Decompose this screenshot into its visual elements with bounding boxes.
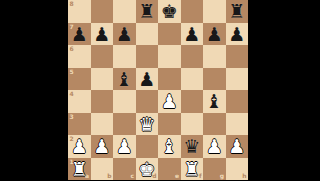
white-pawn-g2[interactable]: ♟ [206,135,223,158]
black-queen-f2[interactable]: ♛ [183,135,200,158]
file-label-e: e [175,173,179,179]
square-d6[interactable] [136,45,159,68]
square-a1[interactable]: ♜1a [68,158,91,181]
square-h6[interactable] [226,45,249,68]
square-e2[interactable]: ♝ [158,135,181,158]
square-d2[interactable] [136,135,159,158]
square-b4[interactable] [91,90,114,113]
rank-label-6: 6 [70,46,74,52]
square-h1[interactable]: h [226,158,249,181]
square-h4[interactable] [226,90,249,113]
square-g5[interactable] [203,68,226,91]
square-a5[interactable]: 5 [68,68,91,91]
square-f7[interactable]: ♟ [181,23,204,46]
black-pawn-d5[interactable]: ♟ [138,68,155,91]
black-king-e8[interactable]: ♚ [161,0,178,23]
square-c4[interactable] [113,90,136,113]
square-e4[interactable]: ♟ [158,90,181,113]
black-bishop-g4[interactable]: ♝ [206,90,223,113]
square-h2[interactable]: ♟ [226,135,249,158]
file-label-b: b [107,173,111,179]
white-queen-d3[interactable]: ♛ [138,113,155,136]
white-pawn-a2[interactable]: ♟ [71,135,88,158]
white-bishop-e2[interactable]: ♝ [161,135,178,158]
square-e1[interactable]: e [158,158,181,181]
file-label-g: g [220,173,224,179]
black-pawn-a7[interactable]: ♟ [71,23,88,46]
chess-board[interactable]: 8♜♚♜♟7♟♟♟♟♟65♝♟4♟♝3♛♟2♟♟♝♛♟♟♜1abc♚de♜fgh [68,0,248,180]
square-c8[interactable] [113,0,136,23]
square-e3[interactable] [158,113,181,136]
square-g2[interactable]: ♟ [203,135,226,158]
square-h3[interactable] [226,113,249,136]
white-rook-a1[interactable]: ♜ [71,158,88,181]
black-pawn-c7[interactable]: ♟ [116,23,133,46]
square-c7[interactable]: ♟ [113,23,136,46]
square-h8[interactable]: ♜ [226,0,249,23]
square-d4[interactable] [136,90,159,113]
black-pawn-f7[interactable]: ♟ [183,23,200,46]
square-b6[interactable] [91,45,114,68]
square-h7[interactable]: ♟ [226,23,249,46]
square-b1[interactable]: b [91,158,114,181]
square-h5[interactable] [226,68,249,91]
white-rook-f1[interactable]: ♜ [183,158,200,181]
square-f5[interactable] [181,68,204,91]
square-a4[interactable]: 4 [68,90,91,113]
square-g3[interactable] [203,113,226,136]
square-c2[interactable]: ♟ [113,135,136,158]
white-king-d1[interactable]: ♚ [138,158,155,181]
black-pawn-h7[interactable]: ♟ [228,23,245,46]
square-d8[interactable]: ♜ [136,0,159,23]
square-f6[interactable] [181,45,204,68]
black-rook-h8[interactable]: ♜ [228,0,245,23]
rank-label-3: 3 [70,114,74,120]
square-e8[interactable]: ♚ [158,0,181,23]
square-e6[interactable] [158,45,181,68]
square-a2[interactable]: ♟2 [68,135,91,158]
square-f4[interactable] [181,90,204,113]
square-c1[interactable]: c [113,158,136,181]
square-a8[interactable]: 8 [68,0,91,23]
square-f2[interactable]: ♛ [181,135,204,158]
square-g4[interactable]: ♝ [203,90,226,113]
square-a6[interactable]: 6 [68,45,91,68]
square-d7[interactable] [136,23,159,46]
square-b8[interactable] [91,0,114,23]
black-pawn-g7[interactable]: ♟ [206,23,223,46]
square-b5[interactable] [91,68,114,91]
square-c3[interactable] [113,113,136,136]
rank-label-8: 8 [70,1,74,7]
square-g1[interactable]: g [203,158,226,181]
square-g6[interactable] [203,45,226,68]
rank-label-4: 4 [70,91,74,97]
square-a7[interactable]: ♟7 [68,23,91,46]
rank-label-5: 5 [70,69,74,75]
square-e5[interactable] [158,68,181,91]
white-pawn-h2[interactable]: ♟ [228,135,245,158]
white-pawn-b2[interactable]: ♟ [93,135,110,158]
square-d5[interactable]: ♟ [136,68,159,91]
video-frame: 8♜♚♜♟7♟♟♟♟♟65♝♟4♟♝3♛♟2♟♟♝♛♟♟♜1abc♚de♜fgh [0,0,320,180]
file-label-h: h [242,173,246,179]
square-f8[interactable] [181,0,204,23]
square-f1[interactable]: ♜f [181,158,204,181]
square-g8[interactable] [203,0,226,23]
black-rook-d8[interactable]: ♜ [138,0,155,23]
square-b2[interactable]: ♟ [91,135,114,158]
square-a3[interactable]: 3 [68,113,91,136]
file-label-c: c [130,173,134,179]
square-d1[interactable]: ♚d [136,158,159,181]
square-c6[interactable] [113,45,136,68]
square-b7[interactable]: ♟ [91,23,114,46]
white-pawn-e4[interactable]: ♟ [161,90,178,113]
black-pawn-b7[interactable]: ♟ [93,23,110,46]
black-bishop-c5[interactable]: ♝ [116,68,133,91]
white-pawn-c2[interactable]: ♟ [116,135,133,158]
square-e7[interactable] [158,23,181,46]
square-g7[interactable]: ♟ [203,23,226,46]
square-f3[interactable] [181,113,204,136]
square-d3[interactable]: ♛ [136,113,159,136]
square-b3[interactable] [91,113,114,136]
square-c5[interactable]: ♝ [113,68,136,91]
